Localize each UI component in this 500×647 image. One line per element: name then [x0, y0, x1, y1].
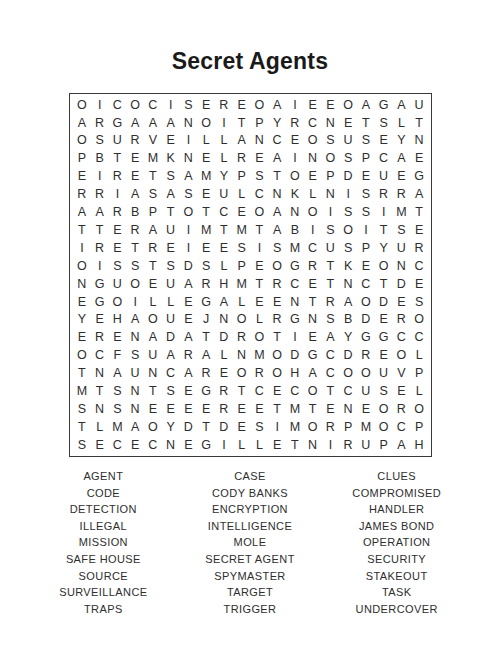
grid-cell-r13c11: L: [251, 311, 269, 329]
grid-cell-r10c2: I: [91, 257, 109, 275]
word-list-item: JAMES BOND: [323, 518, 470, 535]
grid-cell-r14c4: N: [126, 329, 144, 347]
grid-cell-r18c13: M: [286, 400, 304, 418]
grid-cell-r10c14: R: [304, 257, 322, 275]
word-list-item: DETECTION: [30, 501, 177, 518]
grid-cell-r15c2: C: [91, 347, 109, 365]
grid-cell-r16c10: O: [233, 364, 251, 382]
grid-cell-r7c6: T: [162, 203, 180, 221]
grid-cell-r7c1: A: [73, 203, 91, 221]
grid-cell-r11c16: N: [339, 275, 357, 293]
grid-cell-r14c2: R: [91, 329, 109, 347]
grid-cell-r8c6: U: [162, 221, 180, 239]
word-list-item: CLUES: [323, 468, 470, 485]
grid-cell-r18c1: S: [73, 400, 91, 418]
grid-cell-r12c10: L: [233, 293, 251, 311]
grid-cell-r18c20: O: [410, 400, 428, 418]
grid-cell-r2c6: A: [162, 114, 180, 132]
grid-cell-r10c15: T: [322, 257, 340, 275]
grid-cell-r17c18: S: [375, 382, 393, 400]
grid-cell-r14c12: T: [268, 329, 286, 347]
grid-cell-r15c16: D: [339, 347, 357, 365]
grid-cell-r5c12: T: [268, 168, 286, 186]
grid-cell-r15c12: O: [268, 347, 286, 365]
grid-cell-r3c5: V: [144, 132, 162, 150]
grid-cell-r18c16: N: [339, 400, 357, 418]
grid-cell-r19c1: T: [73, 418, 91, 436]
grid-cell-r8c11: T: [251, 221, 269, 239]
grid-cell-r19c3: M: [109, 418, 127, 436]
word-list-item: CODY BANKS: [177, 485, 324, 502]
grid-cell-r16c8: R: [197, 364, 215, 382]
grid-cell-r13c20: O: [410, 311, 428, 329]
grid-cell-r5c8: M: [197, 168, 215, 186]
grid-cell-r19c11: S: [251, 418, 269, 436]
grid-cell-r12c9: A: [215, 293, 233, 311]
grid-cell-r6c17: S: [357, 185, 375, 203]
grid-cell-r4c13: I: [286, 150, 304, 168]
word-list-item: SECRET AGENT: [177, 551, 324, 568]
grid-cell-r14c9: D: [215, 329, 233, 347]
grid-cell-r20c10: L: [233, 436, 251, 454]
grid-cell-r13c3: H: [109, 311, 127, 329]
grid-cell-r8c20: E: [410, 221, 428, 239]
grid-cell-r8c18: T: [375, 221, 393, 239]
grid-cell-r15c20: L: [410, 347, 428, 365]
grid-cell-r6c8: E: [197, 185, 215, 203]
grid-cell-r13c14: N: [304, 311, 322, 329]
grid-cell-r17c15: T: [322, 382, 340, 400]
grid-cell-r10c16: K: [339, 257, 357, 275]
grid-cell-r19c16: P: [339, 418, 357, 436]
grid-cell-r1c7: S: [180, 96, 198, 114]
grid-cell-r14c10: R: [233, 329, 251, 347]
grid-cell-r9c20: R: [410, 239, 428, 257]
grid-cell-r15c15: C: [322, 347, 340, 365]
grid-cell-r2c13: R: [286, 114, 304, 132]
grid-cell-r3c16: U: [339, 132, 357, 150]
grid-cell-r9c7: I: [180, 239, 198, 257]
grid-cell-r18c5: E: [144, 400, 162, 418]
grid-cell-r2c15: N: [322, 114, 340, 132]
grid-cell-r15c5: U: [144, 347, 162, 365]
grid-cell-r1c15: E: [322, 96, 340, 114]
word-list-item: UNDERCOVER: [323, 601, 470, 618]
grid-cell-r11c19: D: [393, 275, 411, 293]
grid-cell-r9c19: U: [393, 239, 411, 257]
grid-cell-r13c15: S: [322, 311, 340, 329]
grid-cell-r14c7: A: [180, 329, 198, 347]
grid-cell-r3c15: S: [322, 132, 340, 150]
word-list-item: SAFE HOUSE: [30, 551, 177, 568]
grid-cell-r6c6: A: [162, 185, 180, 203]
grid-cell-r9c18: Y: [375, 239, 393, 257]
grid-cell-r13c16: B: [339, 311, 357, 329]
grid-cell-r11c3: U: [109, 275, 127, 293]
grid-cell-r20c13: T: [286, 436, 304, 454]
grid-cell-r4c16: S: [339, 150, 357, 168]
grid-cell-r11c9: H: [215, 275, 233, 293]
grid-cell-r6c3: I: [109, 185, 127, 203]
grid-cell-r8c17: I: [357, 221, 375, 239]
grid-cell-r13c5: O: [144, 311, 162, 329]
grid-cell-r12c4: I: [126, 293, 144, 311]
grid-cell-r19c14: O: [304, 418, 322, 436]
grid-cell-r3c3: U: [109, 132, 127, 150]
grid-cell-r9c10: S: [233, 239, 251, 257]
grid-cell-r12c16: A: [339, 293, 357, 311]
grid-cell-r10c9: L: [215, 257, 233, 275]
grid-cell-r9c2: R: [91, 239, 109, 257]
grid-cell-r7c19: M: [393, 203, 411, 221]
word-list-item: MOLE: [177, 534, 324, 551]
word-search-worksheet: Secret Agents OICOCISEREOAIEEOAGAUARGAAA…: [0, 0, 500, 647]
grid-cell-r13c8: J: [197, 311, 215, 329]
grid-cell-r16c4: U: [126, 364, 144, 382]
grid-cell-r12c18: D: [375, 293, 393, 311]
grid-cell-r4c6: K: [162, 150, 180, 168]
grid-cell-r19c5: O: [144, 418, 162, 436]
grid-cell-r12c20: S: [410, 293, 428, 311]
grid-cell-r4c4: E: [126, 150, 144, 168]
grid-cell-r8c7: I: [180, 221, 198, 239]
grid-cell-r11c20: E: [410, 275, 428, 293]
grid-cell-r7c7: O: [180, 203, 198, 221]
grid-cell-r11c7: A: [180, 275, 198, 293]
grid-cell-r3c9: L: [215, 132, 233, 150]
grid-cell-r3c19: Y: [393, 132, 411, 150]
grid-cell-r15c9: L: [215, 347, 233, 365]
grid-cell-r16c18: U: [375, 364, 393, 382]
grid-cell-r20c7: E: [180, 436, 198, 454]
grid-cell-r13c17: D: [357, 311, 375, 329]
grid-cell-r18c6: E: [162, 400, 180, 418]
grid-cell-r15c8: A: [197, 347, 215, 365]
grid-cell-r4c7: N: [180, 150, 198, 168]
grid-cell-r14c20: C: [410, 329, 428, 347]
grid-cell-r19c9: D: [215, 418, 233, 436]
grid-cell-r20c15: I: [322, 436, 340, 454]
word-list-item: SPYMASTER: [177, 568, 324, 585]
word-list-item: STAKEOUT: [323, 568, 470, 585]
grid-cell-r5c5: T: [144, 168, 162, 186]
grid-cell-r7c5: P: [144, 203, 162, 221]
word-list-item: SOURCE: [30, 568, 177, 585]
grid-cell-r10c8: S: [197, 257, 215, 275]
grid-cell-r13c6: U: [162, 311, 180, 329]
grid-cell-r6c9: U: [215, 185, 233, 203]
grid-cell-r5c14: E: [304, 168, 322, 186]
grid-cell-r20c6: N: [162, 436, 180, 454]
grid-cell-r19c20: P: [410, 418, 428, 436]
grid-cell-r20c16: R: [339, 436, 357, 454]
grid-cell-r9c1: I: [73, 239, 91, 257]
grid-cell-r17c10: T: [233, 382, 251, 400]
grid-cell-r7c10: E: [233, 203, 251, 221]
grid-cell-r3c12: C: [268, 132, 286, 150]
grid-cell-r18c18: O: [375, 400, 393, 418]
grid-cell-r19c2: L: [91, 418, 109, 436]
grid-cell-r8c3: E: [109, 221, 127, 239]
grid-cell-r6c5: S: [144, 185, 162, 203]
grid-cell-r16c6: C: [162, 364, 180, 382]
grid-cell-r8c1: T: [73, 221, 91, 239]
grid-cell-r10c17: E: [357, 257, 375, 275]
grid-cell-r16c5: N: [144, 364, 162, 382]
grid-cell-r6c18: R: [375, 185, 393, 203]
grid-cell-r18c8: E: [197, 400, 215, 418]
grid-cell-r2c5: A: [144, 114, 162, 132]
word-list-item: TRIGGER: [177, 601, 324, 618]
grid-cell-r11c1: N: [73, 275, 91, 293]
grid-cell-r1c20: U: [410, 96, 428, 114]
grid-cell-r12c7: E: [180, 293, 198, 311]
grid-cell-r3c1: O: [73, 132, 91, 150]
grid-cell-r11c4: O: [126, 275, 144, 293]
grid-cell-r15c7: R: [180, 347, 198, 365]
grid-cell-r2c9: I: [215, 114, 233, 132]
grid-cell-r20c19: A: [393, 436, 411, 454]
grid-cell-r20c4: E: [126, 436, 144, 454]
grid-cell-r6c14: L: [304, 185, 322, 203]
grid-cell-r5c15: P: [322, 168, 340, 186]
grid-cell-r9c3: E: [109, 239, 127, 257]
word-list-item: TASK: [323, 584, 470, 601]
grid-cell-r14c17: G: [357, 329, 375, 347]
grid-cell-r13c19: R: [393, 311, 411, 329]
grid-cell-r4c1: P: [73, 150, 91, 168]
grid-cell-r18c11: E: [251, 400, 269, 418]
grid-cell-r8c16: O: [339, 221, 357, 239]
grid-cell-r10c10: P: [233, 257, 251, 275]
grid-cell-r1c6: I: [162, 96, 180, 114]
grid-cell-r3c4: R: [126, 132, 144, 150]
grid-cell-r14c6: D: [162, 329, 180, 347]
grid-cell-r2c14: C: [304, 114, 322, 132]
grid-cell-r10c11: E: [251, 257, 269, 275]
grid-cell-r1c19: A: [393, 96, 411, 114]
grid-cell-r18c15: E: [322, 400, 340, 418]
grid-cell-r16c17: O: [357, 364, 375, 382]
grid-cell-r16c3: A: [109, 364, 127, 382]
grid-cell-r16c1: T: [73, 364, 91, 382]
grid-cell-r4c2: B: [91, 150, 109, 168]
grid-cell-r20c8: G: [197, 436, 215, 454]
grid-cell-r1c3: C: [109, 96, 127, 114]
grid-cell-r20c9: I: [215, 436, 233, 454]
grid-cell-r17c8: G: [197, 382, 215, 400]
word-list-item: TRAPS: [30, 601, 177, 618]
grid-cell-r9c12: S: [268, 239, 286, 257]
grid-cell-r17c2: T: [91, 382, 109, 400]
grid-cell-r19c15: R: [322, 418, 340, 436]
grid-cell-r12c11: E: [251, 293, 269, 311]
grid-cell-r15c17: R: [357, 347, 375, 365]
grid-cell-r17c16: C: [339, 382, 357, 400]
grid-cell-r6c10: L: [233, 185, 251, 203]
grid-cell-r16c19: V: [393, 364, 411, 382]
grid-cell-r2c12: Y: [268, 114, 286, 132]
grid-cell-r2c4: A: [126, 114, 144, 132]
grid-cell-r13c13: G: [286, 311, 304, 329]
grid-cell-r2c11: P: [251, 114, 269, 132]
grid-cell-r17c5: T: [144, 382, 162, 400]
grid-cell-r20c14: N: [304, 436, 322, 454]
grid-cell-r4c5: M: [144, 150, 162, 168]
grid-cell-r12c8: G: [197, 293, 215, 311]
grid-cell-r9c16: S: [339, 239, 357, 257]
grid-cell-r7c17: S: [357, 203, 375, 221]
word-list-item: HANDLER: [323, 501, 470, 518]
grid-cell-r3c8: L: [197, 132, 215, 150]
grid-cell-r4c3: T: [109, 150, 127, 168]
word-list-item: SURVEILLANCE: [30, 584, 177, 601]
grid-cell-r5c13: O: [286, 168, 304, 186]
grid-cell-r8c13: B: [286, 221, 304, 239]
grid-cell-r18c3: S: [109, 400, 127, 418]
grid-cell-r15c13: D: [286, 347, 304, 365]
grid-cell-r16c13: H: [286, 364, 304, 382]
grid-cell-r15c3: F: [109, 347, 127, 365]
grid-cell-r11c8: R: [197, 275, 215, 293]
grid-cell-r19c8: T: [197, 418, 215, 436]
word-list-item: INTELLIGENCE: [177, 518, 324, 535]
word-list-item: CASE: [177, 468, 324, 485]
grid-cell-r19c7: D: [180, 418, 198, 436]
word-list: AGENTCODEDETECTIONILLEGALMISSIONSAFE HOU…: [30, 468, 470, 617]
grid-cell-r1c17: A: [357, 96, 375, 114]
grid-cell-r4c9: L: [215, 150, 233, 168]
grid-cell-r2c2: R: [91, 114, 109, 132]
grid-cell-r11c13: C: [286, 275, 304, 293]
grid-cell-r20c11: L: [251, 436, 269, 454]
grid-cell-r14c5: A: [144, 329, 162, 347]
grid-cell-r3c10: A: [233, 132, 251, 150]
grid-cell-r8c12: A: [268, 221, 286, 239]
grid-cell-r15c1: O: [73, 347, 91, 365]
grid-cell-r7c3: R: [109, 203, 127, 221]
grid-cell-r2c17: T: [357, 114, 375, 132]
grid-cell-r17c4: N: [126, 382, 144, 400]
grid-cell-r9c6: E: [162, 239, 180, 257]
grid-cell-r17c9: R: [215, 382, 233, 400]
grid-cell-r20c2: E: [91, 436, 109, 454]
grid-cell-r7c2: A: [91, 203, 109, 221]
grid-cell-r18c9: R: [215, 400, 233, 418]
grid-cell-r8c2: T: [91, 221, 109, 239]
grid-cell-r19c6: Y: [162, 418, 180, 436]
grid-cell-r1c2: I: [91, 96, 109, 114]
grid-cell-r8c10: M: [233, 221, 251, 239]
grid-cell-r8c14: I: [304, 221, 322, 239]
word-list-item: AGENT: [30, 468, 177, 485]
grid-cell-r12c1: E: [73, 293, 91, 311]
grid-cell-r1c13: I: [286, 96, 304, 114]
grid-cell-r8c4: R: [126, 221, 144, 239]
grid-cell-r15c19: O: [393, 347, 411, 365]
grid-cell-r9c13: M: [286, 239, 304, 257]
grid-cell-r4c11: E: [251, 150, 269, 168]
grid-cell-r19c13: M: [286, 418, 304, 436]
grid-cell-r16c16: O: [339, 364, 357, 382]
grid-cell-r18c7: E: [180, 400, 198, 418]
grid-cell-r5c20: G: [410, 168, 428, 186]
grid-cell-r20c17: U: [357, 436, 375, 454]
grid-cell-r5c3: R: [109, 168, 127, 186]
grid-cell-r5c16: D: [339, 168, 357, 186]
grid-cell-r19c19: C: [393, 418, 411, 436]
grid-cell-r1c1: O: [73, 96, 91, 114]
grid-cell-r3c13: E: [286, 132, 304, 150]
grid-cell-r3c18: E: [375, 132, 393, 150]
grid-cell-r5c11: S: [251, 168, 269, 186]
grid-cell-r10c7: D: [180, 257, 198, 275]
grid-cell-r19c18: O: [375, 418, 393, 436]
grid-cell-r13c4: A: [126, 311, 144, 329]
grid-cell-r18c14: T: [304, 400, 322, 418]
grid-cell-r8c15: S: [322, 221, 340, 239]
grid-cell-r13c1: Y: [73, 311, 91, 329]
grid-cell-r12c6: L: [162, 293, 180, 311]
word-list-item: SECURITY: [323, 551, 470, 568]
grid-cell-r11c6: U: [162, 275, 180, 293]
grid-cell-r7c14: O: [304, 203, 322, 221]
grid-cell-r3c7: I: [180, 132, 198, 150]
grid-cell-r7c16: S: [339, 203, 357, 221]
grid-cell-r18c12: T: [268, 400, 286, 418]
grid-cell-r17c1: M: [73, 382, 91, 400]
grid-cell-r12c14: T: [304, 293, 322, 311]
grid-cell-r4c12: A: [268, 150, 286, 168]
grid-cell-r5c6: S: [162, 168, 180, 186]
grid-cell-r7c8: T: [197, 203, 215, 221]
grid-cell-r7c4: B: [126, 203, 144, 221]
grid-cell-r13c12: R: [268, 311, 286, 329]
word-list-item: ILLEGAL: [30, 518, 177, 535]
grid-cell-r17c17: U: [357, 382, 375, 400]
grid-cell-r2c3: G: [109, 114, 127, 132]
grid-cell-r11c17: C: [357, 275, 375, 293]
grid-cell-r1c14: E: [304, 96, 322, 114]
grid-cell-r4c8: E: [197, 150, 215, 168]
grid-cell-r6c4: A: [126, 185, 144, 203]
grid-cell-r3c14: O: [304, 132, 322, 150]
grid-cell-r2c20: T: [410, 114, 428, 132]
grid-cell-r5c2: I: [91, 168, 109, 186]
grid-cell-r6c13: K: [286, 185, 304, 203]
grid-cell-r5c4: E: [126, 168, 144, 186]
grid-cell-r18c10: E: [233, 400, 251, 418]
grid-cell-r11c12: R: [268, 275, 286, 293]
grid-cell-r11c2: G: [91, 275, 109, 293]
grid-cell-r2c18: S: [375, 114, 393, 132]
grid-cell-r7c13: N: [286, 203, 304, 221]
grid-cell-r10c19: N: [393, 257, 411, 275]
grid-cell-r9c5: R: [144, 239, 162, 257]
grid-cell-r17c6: S: [162, 382, 180, 400]
grid-cell-r5c9: Y: [215, 168, 233, 186]
grid-cell-r19c17: M: [357, 418, 375, 436]
grid-cell-r12c13: N: [286, 293, 304, 311]
grid-cell-r17c19: E: [393, 382, 411, 400]
grid-cell-r10c1: O: [73, 257, 91, 275]
grid-cell-r1c11: O: [251, 96, 269, 114]
grid-cell-r18c4: N: [126, 400, 144, 418]
grid-cell-r3c6: E: [162, 132, 180, 150]
grid-cell-r13c10: O: [233, 311, 251, 329]
grid-cell-r20c12: E: [268, 436, 286, 454]
word-list-item: MISSION: [30, 534, 177, 551]
